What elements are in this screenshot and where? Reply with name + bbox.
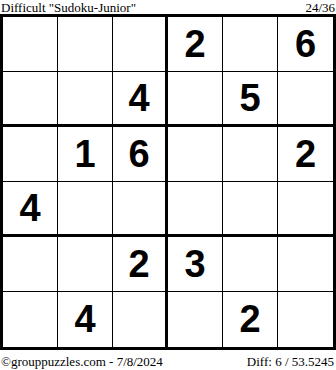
cell-r6c2: 4 <box>58 292 113 347</box>
cell-r2c4 <box>168 72 223 127</box>
cell-r2c6 <box>278 72 333 127</box>
header: Difficult "Sudoku-Junior" 24/36 <box>0 0 336 14</box>
cell-r4c2 <box>58 182 113 237</box>
cell-r1c3 <box>113 17 168 72</box>
cell-r5c5 <box>223 237 278 292</box>
cell-r2c2 <box>58 72 113 127</box>
cell-r1c5 <box>223 17 278 72</box>
cell-r3c1 <box>3 127 58 182</box>
cell-r6c5: 2 <box>223 292 278 347</box>
cell-r6c6 <box>278 292 333 347</box>
difficulty-text: Diff: 6 / 53.5245 <box>247 355 334 368</box>
cell-r3c4 <box>168 127 223 182</box>
cell-r6c3 <box>113 292 168 347</box>
cell-r3c5 <box>223 127 278 182</box>
cell-r3c2: 1 <box>58 127 113 182</box>
puzzle-counter: 24/36 <box>305 1 335 14</box>
cell-r2c3: 4 <box>113 72 168 127</box>
cell-r3c6: 2 <box>278 127 333 182</box>
cell-r2c1 <box>3 72 58 127</box>
cell-r4c1: 4 <box>3 182 58 237</box>
cell-r5c3: 2 <box>113 237 168 292</box>
cell-r1c2 <box>58 17 113 72</box>
cell-r3c3: 6 <box>113 127 168 182</box>
cell-r4c4 <box>168 182 223 237</box>
cell-r1c1 <box>3 17 58 72</box>
cell-r5c4: 3 <box>168 237 223 292</box>
footer: ©grouppuzzles.com - 7/8/2024 Diff: 6 / 5… <box>0 350 336 370</box>
cell-r5c1 <box>3 237 58 292</box>
cell-r5c2 <box>58 237 113 292</box>
cell-r5c6 <box>278 237 333 292</box>
puzzle-page: Difficult "Sudoku-Junior" 24/36 26451624… <box>0 0 336 370</box>
sudoku-board: 264516242342 <box>0 14 336 350</box>
cell-r4c6 <box>278 182 333 237</box>
cell-r6c1 <box>3 292 58 347</box>
cell-r6c4 <box>168 292 223 347</box>
cell-r1c6: 6 <box>278 17 333 72</box>
cell-r1c4: 2 <box>168 17 223 72</box>
puzzle-title: Difficult "Sudoku-Junior" <box>1 1 136 14</box>
cell-r4c5 <box>223 182 278 237</box>
copyright-text: ©grouppuzzles.com - 7/8/2024 <box>1 355 163 368</box>
cell-r2c5: 5 <box>223 72 278 127</box>
cell-r4c3 <box>113 182 168 237</box>
